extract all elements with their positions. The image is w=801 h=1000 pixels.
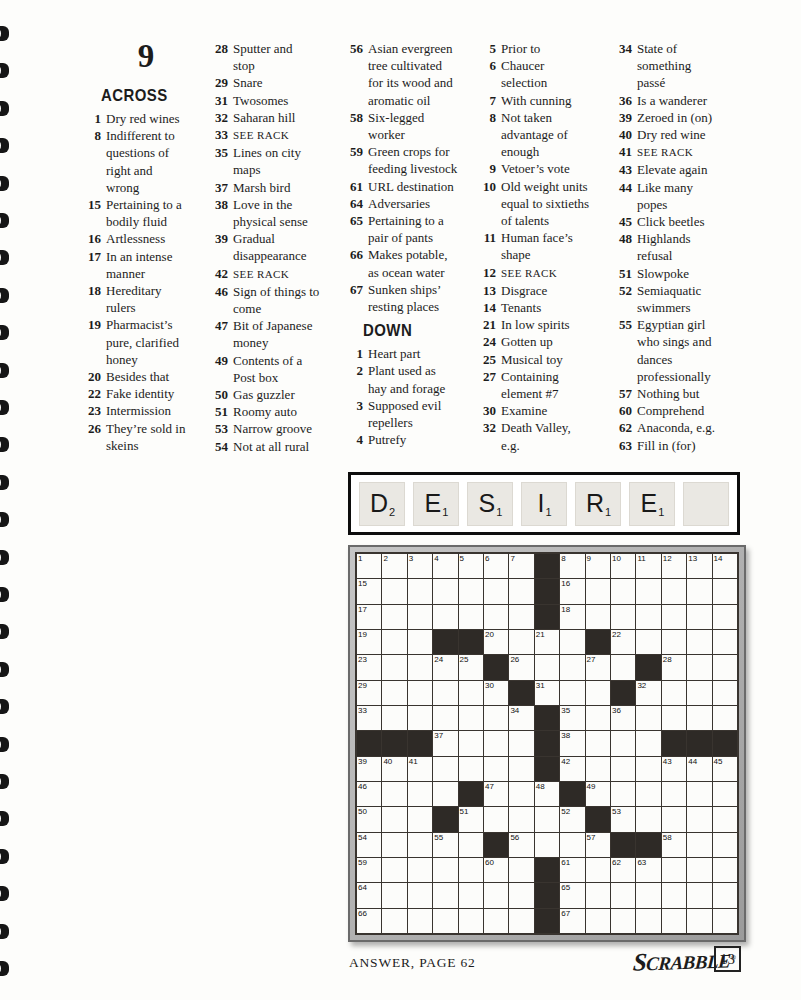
clue-number: 21 <box>480 316 496 333</box>
down-clue-9: 9Vetoer’s vote <box>480 160 606 177</box>
cell-r11-c5[interactable]: 51 <box>459 807 483 831</box>
cell-r7-c2[interactable] <box>382 706 406 730</box>
cell-r5-c5[interactable]: 25 <box>459 655 483 679</box>
cell-r9-c11[interactable] <box>611 757 635 781</box>
cell-r1-c12[interactable]: 11 <box>636 554 660 578</box>
cell-r7-c14[interactable] <box>687 706 711 730</box>
cell-r3-c4[interactable] <box>433 605 457 629</box>
cell-r1-c9[interactable]: 8 <box>560 554 584 578</box>
cell-r1-c6[interactable]: 6 <box>484 554 508 578</box>
cell-r1-c1[interactable]: 1 <box>357 554 381 578</box>
black-cell-r12-c6 <box>484 833 508 857</box>
cell-r11-c8[interactable] <box>535 807 559 831</box>
cell-number: 34 <box>510 706 519 715</box>
cell-r6-c10[interactable] <box>586 681 610 705</box>
clue-number: 15 <box>85 196 101 213</box>
cell-r1-c14[interactable]: 13 <box>687 554 711 578</box>
cell-r3-c9[interactable]: 18 <box>560 605 584 629</box>
cell-r1-c10[interactable]: 9 <box>586 554 610 578</box>
cell-r8-c4[interactable]: 37 <box>433 731 457 755</box>
cell-number: 31 <box>536 681 545 690</box>
cell-r2-c1[interactable]: 15 <box>357 579 381 603</box>
clue-text: Heart part <box>368 346 420 361</box>
cell-r14-c15[interactable] <box>713 883 737 907</box>
binding-ring <box>0 437 9 452</box>
cell-r8-c10[interactable] <box>586 731 610 755</box>
down-clue-30: 30Examine <box>480 402 606 419</box>
cell-r9-c1[interactable]: 39 <box>357 757 381 781</box>
cell-r9-c14[interactable]: 44 <box>687 757 711 781</box>
cell-r12-c9[interactable] <box>560 833 584 857</box>
cell-number: 18 <box>561 605 570 614</box>
cell-r9-c9[interactable]: 42 <box>560 757 584 781</box>
cell-r5-c9[interactable] <box>560 655 584 679</box>
across-clue-42: 42SEE RACK <box>212 265 340 283</box>
cell-r6-c14[interactable] <box>687 681 711 705</box>
cell-r9-c13[interactable]: 43 <box>662 757 686 781</box>
cell-r3-c14[interactable] <box>687 605 711 629</box>
cell-r2-c14[interactable] <box>687 579 711 603</box>
cell-r5-c4[interactable]: 24 <box>433 655 457 679</box>
cell-r3-c10[interactable] <box>586 605 610 629</box>
cell-r3-c15[interactable] <box>713 605 737 629</box>
clue-text: Bit of Japanese money <box>233 318 312 350</box>
clue-text: Old weight units equal to sixtieths of t… <box>501 179 589 228</box>
cell-r3-c11[interactable] <box>611 605 635 629</box>
cell-r14-c3[interactable] <box>408 883 432 907</box>
cell-r11-c14[interactable] <box>687 807 711 831</box>
across-clue-33: 33SEE RACK <box>212 126 340 144</box>
cell-r4-c8[interactable]: 21 <box>535 630 559 654</box>
cell-r5-c3[interactable] <box>408 655 432 679</box>
cell-r13-c14[interactable] <box>687 858 711 882</box>
cell-r5-c8[interactable] <box>535 655 559 679</box>
across-header: ACROSS <box>101 86 194 105</box>
cell-r10-c14[interactable] <box>687 782 711 806</box>
cell-r2-c5[interactable] <box>459 579 483 603</box>
cell-r4-c14[interactable] <box>687 630 711 654</box>
cell-r10-c2[interactable] <box>382 782 406 806</box>
cell-number: 8 <box>561 554 565 563</box>
cell-r14-c7[interactable] <box>509 883 533 907</box>
cell-r11-c3[interactable] <box>408 807 432 831</box>
clue-text: Snare <box>233 75 263 90</box>
down-clue-6: 6Chaucer selection <box>480 57 606 91</box>
cell-r7-c10[interactable] <box>586 706 610 730</box>
black-cell-r12-c11 <box>611 833 635 857</box>
cell-r14-c6[interactable] <box>484 883 508 907</box>
puzzle-number: 9 <box>85 38 207 75</box>
cell-r13-c3[interactable] <box>408 858 432 882</box>
cell-r4-c9[interactable] <box>560 630 584 654</box>
cell-r3-c2[interactable] <box>382 605 406 629</box>
cell-r14-c4[interactable] <box>433 883 457 907</box>
cell-r10-c10[interactable]: 49 <box>586 782 610 806</box>
cell-r1-c7[interactable]: 7 <box>509 554 533 578</box>
cell-r10-c8[interactable]: 48 <box>535 782 559 806</box>
clue-text: Artlessness <box>106 231 165 246</box>
cell-number: 49 <box>587 782 596 791</box>
cell-r10-c7[interactable] <box>509 782 533 806</box>
cell-r13-c9[interactable]: 61 <box>560 858 584 882</box>
cell-r7-c11[interactable]: 36 <box>611 706 635 730</box>
cell-r4-c11[interactable]: 22 <box>611 630 635 654</box>
cell-r13-c5[interactable] <box>459 858 483 882</box>
cell-r15-c6[interactable] <box>484 909 508 933</box>
clue-text: In an intense manner <box>106 249 172 281</box>
cell-r5-c7[interactable]: 26 <box>509 655 533 679</box>
cell-number: 13 <box>688 554 697 563</box>
binding-ring <box>0 961 9 976</box>
binding-ring <box>0 138 9 153</box>
binding-ring <box>0 101 9 116</box>
cell-r2-c6[interactable] <box>484 579 508 603</box>
cell-number: 57 <box>587 833 596 842</box>
clue-text: URL destination <box>368 179 454 194</box>
cell-r7-c6[interactable] <box>484 706 508 730</box>
cell-r2-c11[interactable] <box>611 579 635 603</box>
cell-r11-c12[interactable] <box>636 807 660 831</box>
cell-r10-c12[interactable] <box>636 782 660 806</box>
cell-r14-c9[interactable]: 65 <box>560 883 584 907</box>
cell-r8-c6[interactable] <box>484 731 508 755</box>
down-clue-52: 52Semiaquatic swimmers <box>616 282 728 316</box>
cell-r13-c11[interactable]: 62 <box>611 858 635 882</box>
binding-ring <box>0 886 9 901</box>
cell-r12-c10[interactable]: 57 <box>586 833 610 857</box>
cell-r14-c11[interactable] <box>611 883 635 907</box>
cell-r5-c1[interactable]: 23 <box>357 655 381 679</box>
black-cell-r9-c8 <box>535 757 559 781</box>
cell-number: 28 <box>663 655 672 664</box>
clue-number: 47 <box>212 317 228 334</box>
cell-r5-c2[interactable] <box>382 655 406 679</box>
cell-r14-c10[interactable] <box>586 883 610 907</box>
cell-r13-c10[interactable] <box>586 858 610 882</box>
cell-r7-c3[interactable] <box>408 706 432 730</box>
cell-r7-c9[interactable]: 35 <box>560 706 584 730</box>
cell-r4-c7[interactable] <box>509 630 533 654</box>
cell-r7-c15[interactable] <box>713 706 737 730</box>
tile-letter: I <box>537 489 544 518</box>
cell-r2-c15[interactable] <box>713 579 737 603</box>
cell-r5-c14[interactable] <box>687 655 711 679</box>
cell-r7-c1[interactable]: 33 <box>357 706 381 730</box>
cell-r9-c15[interactable]: 45 <box>713 757 737 781</box>
clue-number: 26 <box>85 420 101 437</box>
cell-r5-c13[interactable]: 28 <box>662 655 686 679</box>
clue-text: In low spirits <box>501 317 570 332</box>
cell-r12-c14[interactable] <box>687 833 711 857</box>
clue-number: 59 <box>347 143 363 160</box>
binding-ring <box>0 213 9 228</box>
cell-r10-c6[interactable]: 47 <box>484 782 508 806</box>
cell-number: 45 <box>714 757 723 766</box>
tile-letter: S <box>479 489 496 518</box>
cell-r14-c2[interactable] <box>382 883 406 907</box>
cell-r12-c7[interactable]: 56 <box>509 833 533 857</box>
cell-r7-c4[interactable] <box>433 706 457 730</box>
clue-number: 37 <box>212 179 228 196</box>
cell-r2-c3[interactable] <box>408 579 432 603</box>
cell-r9-c6[interactable] <box>484 757 508 781</box>
cell-r8-c11[interactable] <box>611 731 635 755</box>
cell-r15-c3[interactable] <box>408 909 432 933</box>
clue-text: With cunning <box>501 93 572 108</box>
cell-r6-c3[interactable] <box>408 681 432 705</box>
cell-r6-c15[interactable] <box>713 681 737 705</box>
cell-r10-c11[interactable] <box>611 782 635 806</box>
cell-r11-c15[interactable] <box>713 807 737 831</box>
cell-r12-c1[interactable]: 54 <box>357 833 381 857</box>
cell-r6-c8[interactable]: 31 <box>535 681 559 705</box>
cell-r4-c13[interactable] <box>662 630 686 654</box>
cell-r1-c5[interactable]: 5 <box>459 554 483 578</box>
tile-value: 1 <box>658 506 664 518</box>
cell-r15-c13[interactable] <box>662 909 686 933</box>
across-clue-31: 31Twosomes <box>212 92 340 109</box>
cell-r6-c13[interactable] <box>662 681 686 705</box>
clue-text: Putrefy <box>368 432 406 447</box>
cell-r3-c6[interactable] <box>484 605 508 629</box>
cell-r14-c1[interactable]: 64 <box>357 883 381 907</box>
crossword-grid-frame: 1234567891011121314151617181920212223242… <box>348 545 746 942</box>
cell-r8-c5[interactable] <box>459 731 483 755</box>
black-cell-r11-c4 <box>433 807 457 831</box>
cell-r3-c13[interactable] <box>662 605 686 629</box>
cell-r10-c1[interactable]: 46 <box>357 782 381 806</box>
cell-r3-c5[interactable] <box>459 605 483 629</box>
cell-r12-c15[interactable] <box>713 833 737 857</box>
binding-ring <box>0 400 9 415</box>
cell-r13-c6[interactable]: 60 <box>484 858 508 882</box>
cell-r1-c13[interactable]: 12 <box>662 554 686 578</box>
clue-text: Highlands refusal <box>637 231 690 263</box>
clue-text: Gradual disappearance <box>233 231 307 263</box>
cell-r11-c7[interactable] <box>509 807 533 831</box>
cell-r12-c8[interactable] <box>535 833 559 857</box>
clue-text: Pharmacist’s pure, clarified honey <box>106 317 179 366</box>
cell-r4-c6[interactable]: 20 <box>484 630 508 654</box>
cell-r7-c7[interactable]: 34 <box>509 706 533 730</box>
cell-r9-c7[interactable] <box>509 757 533 781</box>
tile-value: 1 <box>605 506 611 518</box>
down-clue-8: 8Not taken advantage of enough <box>480 109 606 161</box>
clue-number: 66 <box>347 246 363 263</box>
clue-number: 64 <box>347 195 363 212</box>
cell-r12-c13[interactable]: 58 <box>662 833 686 857</box>
cell-r15-c9[interactable]: 67 <box>560 909 584 933</box>
cell-r6-c4[interactable] <box>433 681 457 705</box>
cell-r6-c5[interactable] <box>459 681 483 705</box>
clue-text: Saharan hill <box>233 110 295 125</box>
cell-r3-c1[interactable]: 17 <box>357 605 381 629</box>
cell-r11-c11[interactable]: 53 <box>611 807 635 831</box>
tile-value: 2 <box>389 506 395 518</box>
across-clue-49: 49Contents of a Post box <box>212 352 340 386</box>
cell-r7-c12[interactable] <box>636 706 660 730</box>
cell-r12-c3[interactable] <box>408 833 432 857</box>
clue-text: Narrow groove <box>233 421 312 436</box>
cell-r15-c11[interactable] <box>611 909 635 933</box>
cell-r15-c10[interactable] <box>586 909 610 933</box>
down-clue-60: 60Comprehend <box>616 402 728 419</box>
clue-number: 41 <box>616 143 632 160</box>
cell-number: 5 <box>460 554 464 563</box>
cell-r3-c3[interactable] <box>408 605 432 629</box>
cell-r12-c4[interactable]: 55 <box>433 833 457 857</box>
cell-r11-c6[interactable] <box>484 807 508 831</box>
binding-ring <box>0 662 9 677</box>
cell-r15-c12[interactable] <box>636 909 660 933</box>
cell-r1-c11[interactable]: 10 <box>611 554 635 578</box>
cell-r1-c4[interactable]: 4 <box>433 554 457 578</box>
cell-r2-c13[interactable] <box>662 579 686 603</box>
cell-r12-c5[interactable] <box>459 833 483 857</box>
across-clue-50: 50Gas guzzler <box>212 386 340 403</box>
cell-number: 23 <box>358 655 367 664</box>
cell-r2-c9[interactable]: 16 <box>560 579 584 603</box>
cell-r15-c2[interactable] <box>382 909 406 933</box>
cell-r5-c11[interactable] <box>611 655 635 679</box>
cell-r5-c15[interactable] <box>713 655 737 679</box>
cell-r8-c12[interactable] <box>636 731 660 755</box>
clue-text: Adversaries <box>368 196 430 211</box>
cell-number: 17 <box>358 605 367 614</box>
clue-number: 36 <box>616 92 632 109</box>
across-clue-15: 15Pertaining to a bodily fluid <box>85 196 207 230</box>
cell-r11-c13[interactable] <box>662 807 686 831</box>
cell-r13-c1[interactable]: 59 <box>357 858 381 882</box>
cell-r9-c4[interactable] <box>433 757 457 781</box>
clue-column-1: ACROSS1Dry red wines8Indifferent to ques… <box>85 84 207 454</box>
across-clue-19: 19Pharmacist’s pure, clarified honey <box>85 316 207 368</box>
cell-r9-c3[interactable]: 41 <box>408 757 432 781</box>
cell-r4-c12[interactable] <box>636 630 660 654</box>
down-clue-1: 1Heart part <box>347 345 480 362</box>
cell-r5-c10[interactable]: 27 <box>586 655 610 679</box>
tile-value: 1 <box>496 506 502 518</box>
cell-r13-c13[interactable] <box>662 858 686 882</box>
down-clue-21: 21In low spirits <box>480 316 606 333</box>
cell-r13-c2[interactable] <box>382 858 406 882</box>
cell-r1-c2[interactable]: 2 <box>382 554 406 578</box>
cell-r7-c5[interactable] <box>459 706 483 730</box>
cell-r13-c15[interactable] <box>713 858 737 882</box>
cell-r9-c10[interactable] <box>586 757 610 781</box>
cell-r4-c2[interactable] <box>382 630 406 654</box>
down-clue-7: 7With cunning <box>480 92 606 109</box>
binding-ring <box>0 699 9 714</box>
clue-text: Marsh bird <box>233 180 290 195</box>
clue-text: State of something passé <box>637 41 691 90</box>
across-clue-59: 59Green crops for feeding livestock <box>347 143 480 177</box>
cell-r10-c3[interactable] <box>408 782 432 806</box>
cell-r6-c9[interactable] <box>560 681 584 705</box>
cell-r9-c2[interactable]: 40 <box>382 757 406 781</box>
cell-r2-c2[interactable] <box>382 579 406 603</box>
across-clue-35: 35Lines on city maps <box>212 144 340 178</box>
tile-I: I1 <box>521 482 567 526</box>
cell-r11-c1[interactable]: 50 <box>357 807 381 831</box>
cell-r2-c12[interactable] <box>636 579 660 603</box>
cell-r10-c13[interactable] <box>662 782 686 806</box>
cell-r14-c13[interactable] <box>662 883 686 907</box>
cell-r1-c15[interactable]: 14 <box>713 554 737 578</box>
clue-text: SEE RACK <box>233 268 289 280</box>
cell-r15-c4[interactable] <box>433 909 457 933</box>
down-clue-24: 24Gotten up <box>480 333 606 350</box>
cell-r15-c15[interactable] <box>713 909 737 933</box>
black-cell-r4-c10 <box>586 630 610 654</box>
cell-r15-c14[interactable] <box>687 909 711 933</box>
cell-number: 42 <box>561 757 570 766</box>
cell-r3-c12[interactable] <box>636 605 660 629</box>
down-clue-39: 39Zeroed in (on) <box>616 109 728 126</box>
clue-number: 42 <box>212 265 228 282</box>
cell-r9-c12[interactable] <box>636 757 660 781</box>
cell-r13-c4[interactable] <box>433 858 457 882</box>
clue-number: 55 <box>616 316 632 333</box>
cell-r6-c6[interactable]: 30 <box>484 681 508 705</box>
cell-r2-c10[interactable] <box>586 579 610 603</box>
down-clue-48: 48Highlands refusal <box>616 230 728 264</box>
cell-r13-c12[interactable]: 63 <box>636 858 660 882</box>
cell-r14-c5[interactable] <box>459 883 483 907</box>
cell-r2-c4[interactable] <box>433 579 457 603</box>
cell-number: 47 <box>485 782 494 791</box>
cell-r15-c5[interactable] <box>459 909 483 933</box>
down-clue-13: 13Disgrace <box>480 282 606 299</box>
clue-text: Anaconda, e.g. <box>637 420 715 435</box>
clue-number: 49 <box>212 352 228 369</box>
cell-number: 44 <box>688 757 697 766</box>
crossword-grid: 1234567891011121314151617181920212223242… <box>355 552 739 935</box>
cell-r14-c12[interactable] <box>636 883 660 907</box>
cell-r6-c2[interactable] <box>382 681 406 705</box>
cell-r4-c3[interactable] <box>408 630 432 654</box>
cell-r15-c7[interactable] <box>509 909 533 933</box>
cell-r4-c15[interactable] <box>713 630 737 654</box>
cell-r6-c12[interactable]: 32 <box>636 681 660 705</box>
cell-r11-c2[interactable] <box>382 807 406 831</box>
cell-r11-c9[interactable]: 52 <box>560 807 584 831</box>
cell-r15-c1[interactable]: 66 <box>357 909 381 933</box>
cell-r3-c7[interactable] <box>509 605 533 629</box>
clue-number: 56 <box>347 40 363 57</box>
clue-text: Death Valley, e.g. <box>501 420 571 452</box>
cell-r10-c4[interactable] <box>433 782 457 806</box>
cell-r1-c3[interactable]: 3 <box>408 554 432 578</box>
cell-r9-c5[interactable] <box>459 757 483 781</box>
clue-text: Is a wanderer <box>637 93 707 108</box>
cell-r12-c2[interactable] <box>382 833 406 857</box>
cell-r13-c7[interactable] <box>509 858 533 882</box>
cell-r4-c1[interactable]: 19 <box>357 630 381 654</box>
cell-number: 12 <box>663 554 672 563</box>
cell-r7-c13[interactable] <box>662 706 686 730</box>
across-clue-39: 39Gradual disappearance <box>212 230 340 264</box>
cell-r2-c7[interactable] <box>509 579 533 603</box>
cell-r6-c1[interactable]: 29 <box>357 681 381 705</box>
cell-number: 53 <box>612 807 621 816</box>
clue-number: 32 <box>212 109 228 126</box>
cell-r10-c15[interactable] <box>713 782 737 806</box>
cell-r14-c14[interactable] <box>687 883 711 907</box>
cell-r8-c7[interactable] <box>509 731 533 755</box>
cell-r8-c9[interactable]: 38 <box>560 731 584 755</box>
cell-number: 62 <box>612 858 621 867</box>
